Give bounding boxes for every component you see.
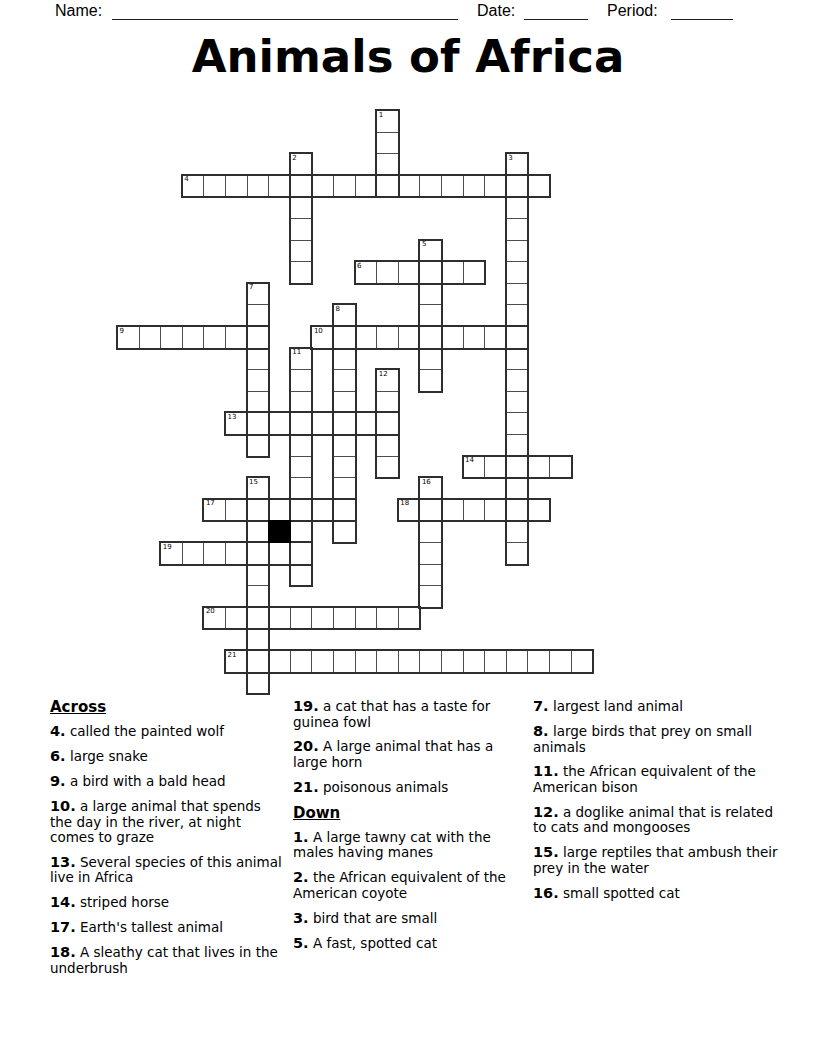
clue-column-right: 7. largest land animal8. large birds tha… [533,698,785,910]
grid-cell[interactable] [506,304,529,327]
grid-cell[interactable] [203,175,226,198]
grid-cell[interactable] [419,542,442,565]
grid-cell[interactable] [290,607,313,630]
grid-cell[interactable] [225,607,248,630]
grid-cell[interactable] [419,650,442,673]
grid-cell[interactable] [506,499,529,522]
grid-cell[interactable] [355,650,378,673]
grid-cell[interactable] [247,520,270,543]
grid-cell[interactable] [268,412,291,435]
grid-cell[interactable] [333,650,356,673]
grid-cell[interactable] [355,326,378,349]
clue-across-10: 10. a large animal that spends the day i… [50,798,286,845]
grid-cell[interactable] [247,477,270,500]
grid-cell[interactable] [268,542,291,565]
grid-cell[interactable] [419,261,442,284]
grid-cell[interactable] [506,240,529,263]
grid-cell[interactable] [182,175,205,198]
grid-cell[interactable] [376,434,399,457]
grid-cell[interactable] [376,175,399,198]
grid-cell[interactable] [311,175,334,198]
clue-across-19: 19. a cat that has a taste for guinea fo… [293,698,515,730]
grid-cell[interactable] [527,175,550,198]
grid-cell[interactable] [376,110,399,133]
grid-cell[interactable] [506,196,529,219]
grid-cell[interactable] [441,650,464,673]
clue-across-13: 13. Several species of this animal live … [50,854,286,886]
grid-cell[interactable] [247,434,270,457]
clue-column-middle: 19. a cat that has a taste for guinea fo… [293,698,515,960]
grid-cell[interactable] [484,326,507,349]
grid-cell[interactable] [355,175,378,198]
grid-cell[interactable] [506,175,529,198]
grid-cell[interactable] [506,369,529,392]
grid-cell[interactable] [290,477,313,500]
grid-cell[interactable] [117,326,140,349]
grid-cell[interactable] [290,196,313,219]
grid-cell[interactable] [463,650,486,673]
grid-cell[interactable] [376,456,399,479]
grid-cell[interactable] [398,499,421,522]
grid-cell[interactable] [506,456,529,479]
grid-cell[interactable] [484,175,507,198]
grid-cell[interactable] [203,607,226,630]
grid-cell[interactable] [290,240,313,263]
grid-cell[interactable] [355,261,378,284]
grid-cell[interactable] [247,348,270,371]
grid-cell[interactable] [311,607,334,630]
clue-down-7: 7. largest land animal [533,698,785,715]
grid-cell[interactable] [268,175,291,198]
grid-cell[interactable] [549,456,572,479]
grid-cell[interactable] [419,304,442,327]
clue-down-3: 3. bird that are small [293,910,515,927]
grid-cell[interactable] [247,672,270,695]
grid-cell[interactable] [290,261,313,284]
grid-cell[interactable] [290,434,313,457]
grid-cell[interactable] [376,326,399,349]
grid-cell[interactable] [571,650,594,673]
grid-cell[interactable] [527,499,550,522]
grid-cell[interactable] [527,456,550,479]
grid-cell[interactable] [225,412,248,435]
grid-cell[interactable] [311,499,334,522]
grid-cell[interactable] [376,607,399,630]
clue-column-left: Across4. called the painted wolf6. large… [50,698,286,985]
grid-cell[interactable] [160,542,183,565]
grid-cell[interactable] [398,326,421,349]
grid-cell[interactable] [333,369,356,392]
clue-down-12: 12. a doglike animal that is related to … [533,804,785,836]
clue-down-2: 2. the African equivalent of the America… [293,869,515,901]
grid-cell[interactable] [376,153,399,176]
grid-cell[interactable] [419,477,442,500]
grid-cell[interactable] [419,520,442,543]
clue-across-21: 21. poisonous animals [293,779,515,796]
clue-down-11: 11. the African equivalent of the Americ… [533,763,785,795]
grid-cell[interactable] [290,153,313,176]
grid-cell[interactable] [247,585,270,608]
grid-cell[interactable] [506,434,529,457]
grid-cell[interactable] [290,564,313,587]
grid-cell[interactable] [506,542,529,565]
clue-across-17: 17. Earth's tallest animal [50,919,286,936]
grid-cell[interactable] [247,628,270,651]
grid-cell[interactable] [247,283,270,306]
grid-cell[interactable] [333,412,356,435]
blocked-cell [268,520,291,543]
grid-cell[interactable] [419,326,442,349]
clue-down-8: 8. large birds that prey on small animal… [533,723,785,755]
grid-cell[interactable] [290,650,313,673]
grid-cell[interactable] [160,326,183,349]
clue-across-20: 20. A large animal that has a large horn [293,738,515,770]
grid-cell[interactable] [376,412,399,435]
grid-cell[interactable] [463,261,486,284]
grid-cell[interactable] [290,456,313,479]
grid-cell[interactable] [290,520,313,543]
grid-cell[interactable] [247,499,270,522]
grid-cell[interactable] [463,326,486,349]
grid-cell[interactable] [290,175,313,198]
grid-cell[interactable] [398,175,421,198]
grid-cell[interactable] [268,607,291,630]
grid-cell[interactable] [484,650,507,673]
grid-cell[interactable] [247,412,270,435]
grid-cell[interactable] [225,326,248,349]
grid-cell[interactable] [247,369,270,392]
grid-cell[interactable] [376,132,399,155]
grid-cell[interactable] [311,650,334,673]
grid-cell[interactable] [333,326,356,349]
grid-cell[interactable] [419,564,442,587]
grid-cell[interactable] [419,369,442,392]
grid-cell[interactable] [463,456,486,479]
across-heading: Across [50,698,286,716]
grid-cell[interactable] [376,650,399,673]
grid-cell[interactable] [506,261,529,284]
clue-across-9: 9. a bird with a bald head [50,773,286,790]
grid-cell[interactable] [506,218,529,241]
clue-across-6: 6. large snake [50,748,286,765]
grid-cell[interactable] [290,369,313,392]
grid-cell[interactable] [355,412,378,435]
grid-cell[interactable] [333,175,356,198]
grid-cell[interactable] [333,456,356,479]
grid-cell[interactable] [506,477,529,500]
grid-cell[interactable] [506,520,529,543]
grid-cell[interactable] [484,499,507,522]
grid-cell[interactable] [268,650,291,673]
grid-cell[interactable] [333,434,356,457]
grid-cell[interactable] [419,175,442,198]
clue-down-16: 16. small spotted cat [533,885,785,902]
grid-cell[interactable] [247,304,270,327]
grid-cell[interactable] [441,326,464,349]
down-heading: Down [293,804,515,822]
grid-cell[interactable] [506,391,529,414]
clue-across-18: 18. A sleathy cat that lives in the unde… [50,944,286,976]
grid-cell[interactable] [225,499,248,522]
clue-across-4: 4. called the painted wolf [50,723,286,740]
grid-cell[interactable] [506,283,529,306]
clue-down-5: 5. A fast, spotted cat [293,935,515,952]
grid-cell[interactable] [376,391,399,414]
worksheet-page: Name: Date: Period: Animals of Africa 12… [0,0,816,1056]
grid-cell[interactable] [506,153,529,176]
grid-cell[interactable] [203,499,226,522]
grid-cell[interactable] [290,542,313,565]
grid-cell[interactable] [463,499,486,522]
grid-cell[interactable] [333,520,356,543]
grid-cell[interactable] [290,348,313,371]
grid-cell[interactable] [203,542,226,565]
grid-cell[interactable] [484,456,507,479]
grid-cell[interactable] [398,650,421,673]
grid-cell[interactable] [355,607,378,630]
clue-down-1: 1. A large tawny cat with the males havi… [293,829,515,861]
grid-cell[interactable] [203,326,226,349]
grid-cell[interactable] [419,348,442,371]
grid-cell[interactable] [441,175,464,198]
grid-cell[interactable] [225,542,248,565]
grid-cell[interactable] [463,175,486,198]
grid-cell[interactable] [290,412,313,435]
grid-cell[interactable] [419,499,442,522]
grid-cell[interactable] [376,261,399,284]
grid-cell[interactable] [247,607,270,630]
grid-cell[interactable] [333,348,356,371]
grid-cell[interactable] [247,175,270,198]
grid-cell[interactable] [333,607,356,630]
grid-cell[interactable] [268,499,291,522]
clue-down-15: 15. large reptiles that ambush their pre… [533,844,785,876]
grid-cell[interactable] [247,564,270,587]
grid-cell[interactable] [506,348,529,371]
grid-cell[interactable] [225,175,248,198]
grid-cell[interactable] [139,326,162,349]
grid-cell[interactable] [247,391,270,414]
grid-cell[interactable] [182,542,205,565]
grid-cell[interactable] [506,326,529,349]
grid-cell[interactable] [549,650,572,673]
grid-cell[interactable] [376,369,399,392]
grid-cell[interactable] [398,607,421,630]
grid-cell[interactable] [506,412,529,435]
grid-cell[interactable] [506,650,529,673]
grid-cell[interactable] [333,391,356,414]
grid-cell[interactable] [441,499,464,522]
grid-cell[interactable] [527,650,550,673]
grid-cell[interactable] [419,283,442,306]
grid-cell[interactable] [182,326,205,349]
grid-cell[interactable] [247,542,270,565]
grid-cell[interactable] [333,499,356,522]
grid-cell[interactable] [290,499,313,522]
grid-cell[interactable] [290,391,313,414]
grid-cell[interactable] [225,650,248,673]
grid-cell[interactable] [311,326,334,349]
grid-cell[interactable] [419,240,442,263]
grid-cell[interactable] [333,304,356,327]
grid-cell[interactable] [247,326,270,349]
grid-cell[interactable] [247,650,270,673]
grid-cell[interactable] [311,412,334,435]
grid-cell[interactable] [290,218,313,241]
grid-cell[interactable] [398,261,421,284]
grid-cell[interactable] [419,585,442,608]
grid-cell[interactable] [333,477,356,500]
clue-across-14: 14. striped horse [50,894,286,911]
grid-cell[interactable] [441,261,464,284]
